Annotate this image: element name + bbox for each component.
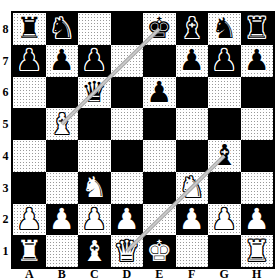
square-c5[interactable] [78,108,111,140]
rank-label-6: 6 [0,86,11,98]
square-g2[interactable]: ♟ [208,204,241,236]
square-g5[interactable] [208,108,241,140]
piece-white-pawn: ♟ [49,205,75,234]
square-a2[interactable]: ♟ [13,204,46,236]
file-label-A: A [19,269,39,280]
square-c8[interactable] [78,13,111,45]
square-f7[interactable]: ♟ [176,45,209,77]
square-c4[interactable] [78,140,111,172]
square-e8[interactable]: ♚ [143,13,176,45]
piece-black-pawn: ♟ [49,46,75,75]
square-d4[interactable] [111,140,144,172]
rank-label-4: 4 [0,150,11,162]
piece-white-rook: ♜ [16,237,42,266]
square-h4[interactable] [241,140,274,172]
square-a4[interactable] [13,140,46,172]
piece-black-bishop: ♝ [211,141,237,170]
file-label-E: E [149,269,169,280]
square-e5[interactable] [143,108,176,140]
square-a3[interactable] [13,172,46,204]
file-label-D: D [117,269,137,280]
square-f6[interactable] [176,77,209,109]
square-d7[interactable] [111,45,144,77]
square-d8[interactable] [111,13,144,45]
piece-white-pawn: ♟ [114,205,140,234]
square-d5[interactable] [111,108,144,140]
square-b7[interactable]: ♟ [46,45,79,77]
rank-label-5: 5 [0,118,11,130]
square-a7[interactable]: ♟ [13,45,46,77]
square-b3[interactable] [46,172,79,204]
square-f8[interactable]: ♝ [176,13,209,45]
square-f1[interactable] [176,235,209,267]
piece-white-rook: ♜ [244,237,270,266]
file-label-G: G [214,269,234,280]
piece-white-pawn: ♟ [244,205,270,234]
square-g4[interactable]: ♝ [208,140,241,172]
piece-black-pawn: ♟ [81,46,107,75]
square-f4[interactable] [176,140,209,172]
rank-label-1: 1 [0,245,11,257]
square-c7[interactable]: ♟ [78,45,111,77]
square-d6[interactable] [111,77,144,109]
chess-diagram: ♜♞♚♝♞♜♟♟♟♟♟♟♛♟♝♝♞♞♟♟♟♟♟♟♟♜♝♛♚♜ 87654321 … [0,0,280,280]
file-label-C: C [84,269,104,280]
rank-label-8: 8 [0,23,11,35]
square-a8[interactable]: ♜ [13,13,46,45]
square-e6[interactable]: ♟ [143,77,176,109]
piece-white-bishop: ♝ [81,237,107,266]
square-e4[interactable] [143,140,176,172]
square-h7[interactable]: ♟ [241,45,274,77]
square-e2[interactable] [143,204,176,236]
piece-black-pawn: ♟ [211,46,237,75]
square-d1[interactable]: ♛ [111,235,144,267]
piece-black-pawn: ♟ [244,46,270,75]
square-a5[interactable] [13,108,46,140]
piece-black-pawn: ♟ [146,78,172,107]
piece-black-pawn: ♟ [16,46,42,75]
chess-board: ♜♞♚♝♞♜♟♟♟♟♟♟♛♟♝♝♞♞♟♟♟♟♟♟♟♜♝♛♚♜ [11,11,275,269]
piece-white-pawn: ♟ [81,205,107,234]
rank-label-7: 7 [0,55,11,67]
square-h3[interactable] [241,172,274,204]
square-b4[interactable] [46,140,79,172]
piece-black-knight: ♞ [49,14,75,43]
piece-black-pawn: ♟ [179,46,205,75]
square-b8[interactable]: ♞ [46,13,79,45]
square-g3[interactable] [208,172,241,204]
piece-white-pawn: ♟ [179,205,205,234]
square-e7[interactable] [143,45,176,77]
square-c1[interactable]: ♝ [78,235,111,267]
square-d2[interactable]: ♟ [111,204,144,236]
rank-label-2: 2 [0,213,11,225]
piece-white-pawn: ♟ [16,205,42,234]
piece-black-queen: ♛ [81,78,107,107]
square-e3[interactable] [143,172,176,204]
square-g8[interactable]: ♞ [208,13,241,45]
piece-white-queen: ♛ [114,237,140,266]
file-label-F: F [182,269,202,280]
piece-black-bishop: ♝ [179,14,205,43]
square-g7[interactable]: ♟ [208,45,241,77]
piece-white-pawn: ♟ [211,205,237,234]
square-c6[interactable]: ♛ [78,77,111,109]
piece-black-knight: ♞ [211,14,237,43]
file-label-B: B [52,269,72,280]
piece-black-rook: ♜ [244,14,270,43]
square-d3[interactable] [111,172,144,204]
piece-black-rook: ♜ [16,14,42,43]
square-f2[interactable]: ♟ [176,204,209,236]
square-b1[interactable] [46,235,79,267]
square-b2[interactable]: ♟ [46,204,79,236]
square-b5[interactable]: ♝ [46,108,79,140]
file-label-H: H [247,269,267,280]
square-a1[interactable]: ♜ [13,235,46,267]
square-g6[interactable] [208,77,241,109]
square-h8[interactable]: ♜ [241,13,274,45]
square-e1[interactable]: ♚ [143,235,176,267]
square-h1[interactable]: ♜ [241,235,274,267]
square-c3[interactable]: ♞ [78,172,111,204]
square-h6[interactable] [241,77,274,109]
square-g1[interactable] [208,235,241,267]
rank-label-3: 3 [0,182,11,194]
square-h5[interactable] [241,108,274,140]
piece-white-bishop: ♝ [49,110,75,139]
square-h2[interactable]: ♟ [241,204,274,236]
piece-white-knight: ♞ [81,173,107,202]
square-a6[interactable] [13,77,46,109]
square-f3[interactable]: ♞ [176,172,209,204]
square-f5[interactable] [176,108,209,140]
piece-white-king: ♚ [146,237,172,266]
piece-white-knight: ♞ [179,173,205,202]
piece-black-king: ♚ [146,14,172,43]
square-c2[interactable]: ♟ [78,204,111,236]
square-b6[interactable] [46,77,79,109]
